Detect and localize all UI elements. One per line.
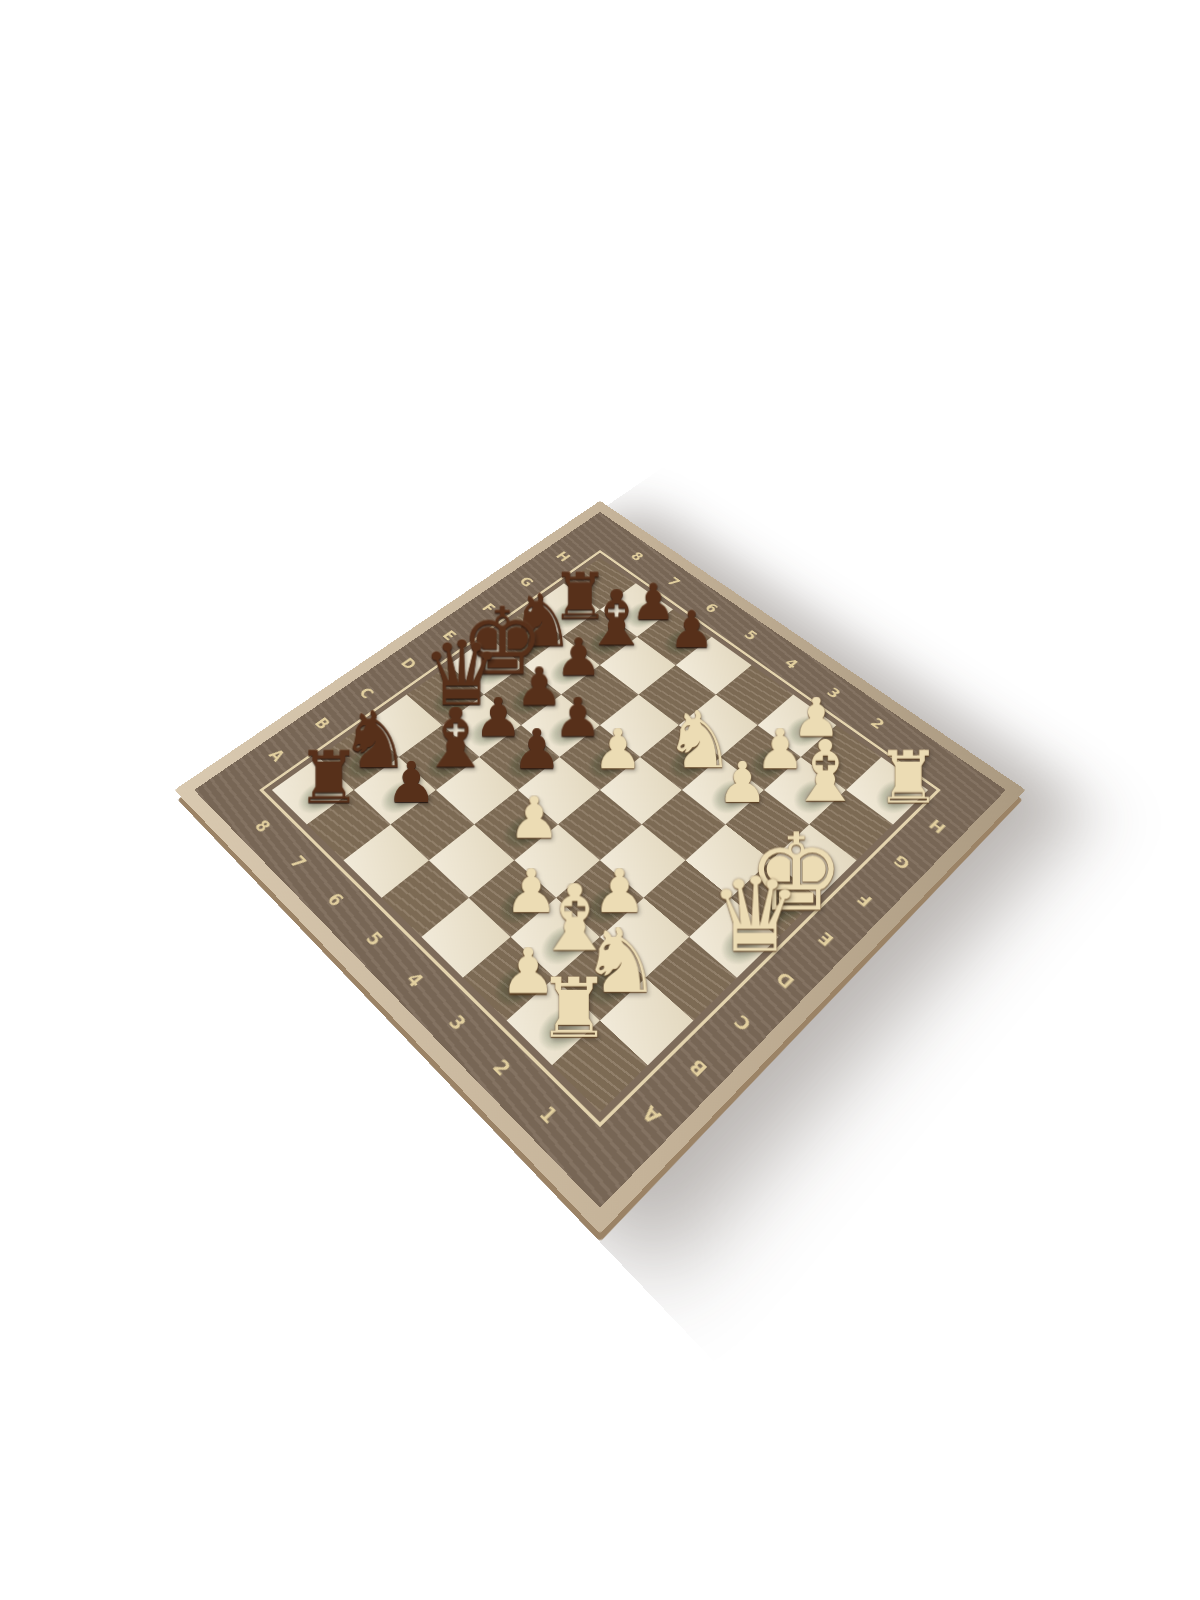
board-border: ABCDEFGH ABCDEFGH 87654321 87654321 ♜♞♛♚… [194,512,1006,1208]
board-bevel-edge: ABCDEFGH ABCDEFGH 87654321 87654321 ♜♞♛♚… [174,501,1025,1234]
piece-white-queen[interactable]: ♛ [709,874,802,955]
chessboard-3d: ABCDEFGH ABCDEFGH 87654321 87654321 ♜♞♛♚… [174,501,1025,1234]
square-c5[interactable]: ♟ [474,790,558,860]
chess-grid-8x8: ♜♞♛♚♞♜♟♝♟♟♟♝♟♟♟♟♟♟♟♞♟♝♟♟♟♟♜♞♝♛♚♜ [272,558,928,1113]
piece-white-pawn[interactable]: ♟ [593,728,643,771]
piece-white-rook[interactable]: ♜ [876,749,941,806]
product-photo-scene: ABCDEFGH ABCDEFGH 87654321 87654321 ♜♞♛♚… [0,0,1200,1600]
rank-label: 8 [224,795,301,858]
piece-white-rook[interactable]: ♜ [537,976,611,1041]
piece-black-pawn[interactable]: ♟ [386,761,437,805]
piece-white-bishop[interactable]: ♝ [787,739,863,805]
piece-black-rook[interactable]: ♜ [296,749,361,806]
rank-label: 7 [259,830,337,896]
piece-white-pawn[interactable]: ♟ [717,761,768,805]
piece-white-pawn[interactable]: ♟ [509,795,561,840]
maple-inlay-frame: ♜♞♛♚♞♜♟♝♟♟♟♝♟♟♟♟♟♟♟♞♟♝♟♟♟♟♜♞♝♛♚♜ [259,550,941,1127]
piece-black-pawn[interactable]: ♟ [512,728,562,771]
perspective-wrapper: ABCDEFGH ABCDEFGH 87654321 87654321 ♜♞♛♚… [0,0,1200,1600]
